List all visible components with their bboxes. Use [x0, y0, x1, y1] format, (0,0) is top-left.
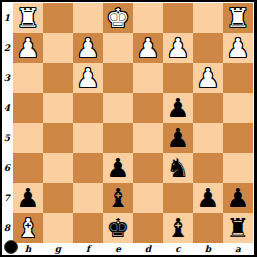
file-label-b: b — [193, 243, 223, 255]
square-a7[interactable]: ♟︎ — [223, 183, 253, 213]
square-a4[interactable] — [223, 93, 253, 123]
square-c4[interactable]: ♟︎ — [163, 93, 193, 123]
square-e6[interactable]: ♟︎ — [103, 153, 133, 183]
square-h5[interactable] — [13, 123, 43, 153]
piece-black-pawn[interactable]: ♟︎ — [16, 183, 39, 213]
square-d2[interactable]: ♟︎ — [133, 33, 163, 63]
square-h7[interactable]: ♟︎ — [13, 183, 43, 213]
square-e4[interactable] — [103, 93, 133, 123]
piece-black-pawn[interactable]: ♟︎ — [166, 93, 189, 123]
chess-board: ♜︎♚︎♜︎♟︎♟︎♟︎♟︎♟︎♟︎♟︎♟︎♟︎♟︎♞︎♟︎♝︎♟︎♟︎♝︎♚︎… — [13, 3, 253, 243]
square-c3[interactable] — [163, 63, 193, 93]
piece-black-bishop[interactable]: ♝︎ — [106, 183, 129, 213]
square-g2[interactable] — [43, 33, 73, 63]
piece-white-pawn[interactable]: ♟︎ — [226, 33, 249, 63]
square-c5[interactable]: ♟︎ — [163, 123, 193, 153]
square-h4[interactable] — [13, 93, 43, 123]
square-c7[interactable] — [163, 183, 193, 213]
square-g4[interactable] — [43, 93, 73, 123]
piece-white-pawn[interactable]: ♟︎ — [76, 63, 99, 93]
square-a1[interactable]: ♜︎ — [223, 3, 253, 33]
black-to-move-indicator — [4, 240, 18, 254]
rank-label-4: 4 — [2, 93, 12, 123]
piece-black-pawn[interactable]: ♟︎ — [226, 183, 249, 213]
rank-label-2: 2 — [2, 33, 12, 63]
square-d7[interactable] — [133, 183, 163, 213]
square-b1[interactable] — [193, 3, 223, 33]
square-g7[interactable] — [43, 183, 73, 213]
square-b8[interactable] — [193, 213, 223, 243]
file-label-f: f — [73, 243, 103, 255]
square-a3[interactable] — [223, 63, 253, 93]
piece-white-pawn[interactable]: ♟︎ — [196, 63, 219, 93]
piece-black-knight[interactable]: ♞︎ — [166, 153, 189, 183]
square-a6[interactable] — [223, 153, 253, 183]
piece-black-king[interactable]: ♚︎ — [106, 213, 129, 243]
square-c2[interactable]: ♟︎ — [163, 33, 193, 63]
square-h3[interactable] — [13, 63, 43, 93]
square-b2[interactable] — [193, 33, 223, 63]
piece-white-pawn[interactable]: ♟︎ — [136, 33, 159, 63]
square-b5[interactable] — [193, 123, 223, 153]
piece-black-bishop[interactable]: ♝︎ — [166, 213, 189, 243]
square-e3[interactable] — [103, 63, 133, 93]
chess-diagram-frame: ♜︎♚︎♜︎♟︎♟︎♟︎♟︎♟︎♟︎♟︎♟︎♟︎♟︎♞︎♟︎♝︎♟︎♟︎♝︎♚︎… — [0, 0, 257, 257]
square-h8[interactable]: ♝︎ — [13, 213, 43, 243]
square-g1[interactable] — [43, 3, 73, 33]
piece-white-rook[interactable]: ♜︎ — [226, 3, 249, 33]
square-e2[interactable] — [103, 33, 133, 63]
file-label-d: d — [133, 243, 163, 255]
square-e7[interactable]: ♝︎ — [103, 183, 133, 213]
square-d6[interactable] — [133, 153, 163, 183]
square-b6[interactable] — [193, 153, 223, 183]
rank-label-7: 7 — [2, 183, 12, 213]
square-f6[interactable] — [73, 153, 103, 183]
file-label-e: e — [103, 243, 133, 255]
file-label-g: g — [43, 243, 73, 255]
piece-white-pawn[interactable]: ♟︎ — [16, 33, 39, 63]
square-g6[interactable] — [43, 153, 73, 183]
square-g5[interactable] — [43, 123, 73, 153]
diagram-margin: ♜︎♚︎♜︎♟︎♟︎♟︎♟︎♟︎♟︎♟︎♟︎♟︎♟︎♞︎♟︎♝︎♟︎♟︎♝︎♚︎… — [2, 2, 254, 255]
piece-black-rook[interactable]: ♜︎ — [226, 213, 249, 243]
square-f5[interactable] — [73, 123, 103, 153]
square-f2[interactable]: ♟︎ — [73, 33, 103, 63]
square-d5[interactable] — [133, 123, 163, 153]
file-label-a: a — [223, 243, 253, 255]
square-e1[interactable]: ♚︎ — [103, 3, 133, 33]
square-c6[interactable]: ♞︎ — [163, 153, 193, 183]
square-g8[interactable] — [43, 213, 73, 243]
square-c1[interactable] — [163, 3, 193, 33]
square-f4[interactable] — [73, 93, 103, 123]
square-e8[interactable]: ♚︎ — [103, 213, 133, 243]
piece-black-pawn[interactable]: ♟︎ — [106, 153, 129, 183]
square-b4[interactable] — [193, 93, 223, 123]
file-label-c: c — [163, 243, 193, 255]
square-d4[interactable] — [133, 93, 163, 123]
piece-white-pawn[interactable]: ♟︎ — [76, 33, 99, 63]
square-h2[interactable]: ♟︎ — [13, 33, 43, 63]
piece-white-bishop[interactable]: ♝︎ — [16, 213, 39, 243]
rank-label-3: 3 — [2, 63, 12, 93]
square-c8[interactable]: ♝︎ — [163, 213, 193, 243]
piece-white-king[interactable]: ♚︎ — [106, 3, 129, 33]
rank-label-1: 1 — [2, 3, 12, 33]
square-d3[interactable] — [133, 63, 163, 93]
square-h1[interactable]: ♜︎ — [13, 3, 43, 33]
square-h6[interactable] — [13, 153, 43, 183]
square-b7[interactable]: ♟︎ — [193, 183, 223, 213]
square-f7[interactable] — [73, 183, 103, 213]
square-d1[interactable] — [133, 3, 163, 33]
square-a5[interactable] — [223, 123, 253, 153]
square-b3[interactable]: ♟︎ — [193, 63, 223, 93]
piece-black-pawn[interactable]: ♟︎ — [196, 183, 219, 213]
rank-label-5: 5 — [2, 123, 12, 153]
square-d8[interactable] — [133, 213, 163, 243]
piece-white-rook[interactable]: ♜︎ — [16, 3, 39, 33]
square-e5[interactable] — [103, 123, 133, 153]
square-g3[interactable] — [43, 63, 73, 93]
square-f8[interactable] — [73, 213, 103, 243]
square-a8[interactable]: ♜︎ — [223, 213, 253, 243]
piece-white-pawn[interactable]: ♟︎ — [166, 33, 189, 63]
square-a2[interactable]: ♟︎ — [223, 33, 253, 63]
piece-black-pawn[interactable]: ♟︎ — [166, 123, 189, 153]
rank-label-8: 8 — [2, 213, 12, 243]
square-f1[interactable] — [73, 3, 103, 33]
square-f3[interactable]: ♟︎ — [73, 63, 103, 93]
rank-label-6: 6 — [2, 153, 12, 183]
